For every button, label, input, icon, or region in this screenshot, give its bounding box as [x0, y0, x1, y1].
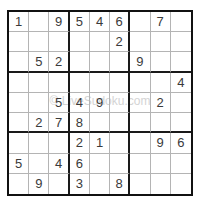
cell-r5c6[interactable]: [110, 93, 130, 113]
cell-r5c8[interactable]: 2: [151, 93, 171, 113]
cell-r9c1[interactable]: [9, 174, 29, 194]
cell-r1c3[interactable]: 9: [49, 12, 69, 32]
cell-r6c8[interactable]: [151, 113, 171, 133]
cell-r8c3[interactable]: 4: [49, 154, 69, 174]
cell-r1c8[interactable]: 7: [151, 12, 171, 32]
cell-r7c8[interactable]: 9: [151, 133, 171, 153]
cell-r5c9[interactable]: [171, 93, 191, 113]
cell-r3c5[interactable]: [90, 52, 110, 72]
cell-r4c2[interactable]: [29, 73, 49, 93]
cell-r7c3[interactable]: [49, 133, 69, 153]
cell-r1c5[interactable]: 4: [90, 12, 110, 32]
cell-r9c4[interactable]: 3: [70, 174, 90, 194]
cell-r6c9[interactable]: [171, 113, 191, 133]
cell-r9c7[interactable]: [130, 174, 150, 194]
cell-r3c8[interactable]: [151, 52, 171, 72]
cell-r9c2[interactable]: 9: [29, 174, 49, 194]
cell-r6c6[interactable]: [110, 113, 130, 133]
cell-r4c1[interactable]: [9, 73, 29, 93]
cell-r1c4[interactable]: 5: [70, 12, 90, 32]
cell-r2c5[interactable]: [90, 32, 110, 52]
cell-r8c4[interactable]: 6: [70, 154, 90, 174]
cell-r6c5[interactable]: [90, 113, 110, 133]
cell-r4c9[interactable]: 4: [171, 73, 191, 93]
cell-r8c6[interactable]: [110, 154, 130, 174]
cell-r3c9[interactable]: [171, 52, 191, 72]
cell-r1c9[interactable]: [171, 12, 191, 32]
cell-r2c8[interactable]: [151, 32, 171, 52]
cell-r5c2[interactable]: [29, 93, 49, 113]
cell-r1c7[interactable]: [130, 12, 150, 32]
cell-r3c1[interactable]: [9, 52, 29, 72]
cell-r3c7[interactable]: 9: [130, 52, 150, 72]
cell-r8c5[interactable]: [90, 154, 110, 174]
cell-r2c2[interactable]: [29, 32, 49, 52]
cell-r7c4[interactable]: 2: [70, 133, 90, 153]
cell-r2c7[interactable]: [130, 32, 150, 52]
cell-r1c2[interactable]: [29, 12, 49, 32]
cell-r5c3[interactable]: 5: [49, 93, 69, 113]
cell-r6c4[interactable]: 8: [70, 113, 90, 133]
cell-r8c7[interactable]: [130, 154, 150, 174]
cell-r5c5[interactable]: 9: [90, 93, 110, 113]
cell-r6c7[interactable]: [130, 113, 150, 133]
cell-r5c7[interactable]: [130, 93, 150, 113]
cell-r8c1[interactable]: 5: [9, 154, 29, 174]
cell-r2c6[interactable]: 2: [110, 32, 130, 52]
cell-r4c8[interactable]: [151, 73, 171, 93]
cell-r8c8[interactable]: [151, 154, 171, 174]
cell-r3c6[interactable]: [110, 52, 130, 72]
cell-r9c9[interactable]: [171, 174, 191, 194]
cell-r5c4[interactable]: 4: [70, 93, 90, 113]
cell-r2c1[interactable]: [9, 32, 29, 52]
cell-r9c5[interactable]: [90, 174, 110, 194]
sudoku-board: 1954672529454922782196546938: [9, 12, 191, 194]
cell-r7c2[interactable]: [29, 133, 49, 153]
sudoku-board-frame: © LiveSudoku.com 19546725294549227821965…: [7, 10, 193, 196]
cell-r1c1[interactable]: 1: [9, 12, 29, 32]
cell-r7c1[interactable]: [9, 133, 29, 153]
cell-r8c2[interactable]: [29, 154, 49, 174]
cell-r9c8[interactable]: [151, 174, 171, 194]
cell-r4c7[interactable]: [130, 73, 150, 93]
cell-r4c3[interactable]: [49, 73, 69, 93]
cell-r7c9[interactable]: 6: [171, 133, 191, 153]
cell-r8c9[interactable]: [171, 154, 191, 174]
cell-r4c6[interactable]: [110, 73, 130, 93]
cell-r6c3[interactable]: 7: [49, 113, 69, 133]
cell-r3c3[interactable]: 2: [49, 52, 69, 72]
cell-r9c6[interactable]: 8: [110, 174, 130, 194]
cell-r2c9[interactable]: [171, 32, 191, 52]
cell-r2c3[interactable]: [49, 32, 69, 52]
cell-r2c4[interactable]: [70, 32, 90, 52]
cell-r6c2[interactable]: 2: [29, 113, 49, 133]
cell-r7c6[interactable]: [110, 133, 130, 153]
cell-r4c5[interactable]: [90, 73, 110, 93]
cell-r4c4[interactable]: [70, 73, 90, 93]
cell-r9c3[interactable]: [49, 174, 69, 194]
cell-r6c1[interactable]: [9, 113, 29, 133]
cell-r5c1[interactable]: [9, 93, 29, 113]
cell-r7c7[interactable]: [130, 133, 150, 153]
cell-r3c2[interactable]: 5: [29, 52, 49, 72]
cell-r7c5[interactable]: 1: [90, 133, 110, 153]
cell-r1c6[interactable]: 6: [110, 12, 130, 32]
cell-r3c4[interactable]: [70, 52, 90, 72]
